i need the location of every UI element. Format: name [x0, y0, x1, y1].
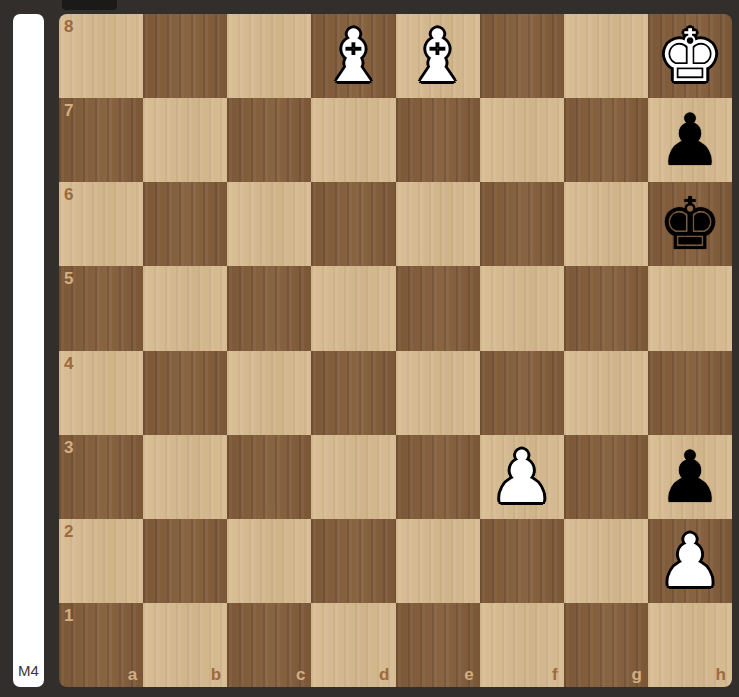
square-b3[interactable]	[143, 435, 227, 519]
square-a5[interactable]: 5	[59, 266, 143, 350]
square-d8[interactable]: ♝	[311, 14, 395, 98]
square-c6[interactable]	[227, 182, 311, 266]
square-e5[interactable]	[396, 266, 480, 350]
black-pawn[interactable]: ♟	[648, 435, 732, 519]
rank-label-4: 4	[64, 355, 73, 372]
white-pawn[interactable]: ♟	[648, 519, 732, 603]
black-pawn[interactable]: ♟	[648, 98, 732, 182]
square-e7[interactable]	[396, 98, 480, 182]
white-pawn[interactable]: ♟	[480, 435, 564, 519]
white-king[interactable]: ♚	[648, 14, 732, 98]
file-label-f: f	[552, 666, 558, 683]
square-f8[interactable]	[480, 14, 564, 98]
square-e3[interactable]	[396, 435, 480, 519]
square-d7[interactable]	[311, 98, 395, 182]
square-g2[interactable]	[564, 519, 648, 603]
square-b5[interactable]	[143, 266, 227, 350]
square-g4[interactable]	[564, 351, 648, 435]
square-b2[interactable]	[143, 519, 227, 603]
file-label-a: a	[128, 666, 137, 683]
square-e1[interactable]: e	[396, 603, 480, 687]
rank-label-2: 2	[64, 523, 73, 540]
square-g6[interactable]	[564, 182, 648, 266]
square-h5[interactable]	[648, 266, 732, 350]
file-label-b: b	[211, 666, 221, 683]
square-g1[interactable]: g	[564, 603, 648, 687]
square-a1[interactable]: 1a	[59, 603, 143, 687]
square-a2[interactable]: 2	[59, 519, 143, 603]
file-label-g: g	[631, 666, 641, 683]
rank-label-8: 8	[64, 18, 73, 35]
square-d1[interactable]: d	[311, 603, 395, 687]
file-label-e: e	[464, 666, 473, 683]
rank-label-3: 3	[64, 439, 73, 456]
square-g8[interactable]	[564, 14, 648, 98]
square-g5[interactable]	[564, 266, 648, 350]
white-bishop[interactable]: ♝	[311, 14, 395, 98]
square-b4[interactable]	[143, 351, 227, 435]
file-label-c: c	[296, 666, 305, 683]
rank-label-7: 7	[64, 102, 73, 119]
evaluation-label: M4	[13, 662, 44, 679]
square-h6[interactable]: ♚	[648, 182, 732, 266]
square-a3[interactable]: 3	[59, 435, 143, 519]
square-h2[interactable]: ♟	[648, 519, 732, 603]
square-b7[interactable]	[143, 98, 227, 182]
square-g3[interactable]	[564, 435, 648, 519]
black-king[interactable]: ♚	[648, 182, 732, 266]
square-d4[interactable]	[311, 351, 395, 435]
square-c8[interactable]	[227, 14, 311, 98]
rank-label-5: 5	[64, 270, 73, 287]
square-h4[interactable]	[648, 351, 732, 435]
square-f7[interactable]	[480, 98, 564, 182]
square-d3[interactable]	[311, 435, 395, 519]
square-d2[interactable]	[311, 519, 395, 603]
square-e2[interactable]	[396, 519, 480, 603]
rank-label-1: 1	[64, 607, 73, 624]
square-b6[interactable]	[143, 182, 227, 266]
white-bishop[interactable]: ♝	[396, 14, 480, 98]
square-h8[interactable]: ♚	[648, 14, 732, 98]
square-f2[interactable]	[480, 519, 564, 603]
square-a7[interactable]: 7	[59, 98, 143, 182]
square-h7[interactable]: ♟	[648, 98, 732, 182]
square-e4[interactable]	[396, 351, 480, 435]
rank-label-6: 6	[64, 186, 73, 203]
file-label-d: d	[379, 666, 389, 683]
square-e8[interactable]: ♝	[396, 14, 480, 98]
square-c4[interactable]	[227, 351, 311, 435]
square-f1[interactable]: f	[480, 603, 564, 687]
square-f5[interactable]	[480, 266, 564, 350]
square-c7[interactable]	[227, 98, 311, 182]
square-f3[interactable]: ♟	[480, 435, 564, 519]
square-a6[interactable]: 6	[59, 182, 143, 266]
square-a4[interactable]: 4	[59, 351, 143, 435]
square-a8[interactable]: 8	[59, 14, 143, 98]
square-b8[interactable]	[143, 14, 227, 98]
square-c1[interactable]: c	[227, 603, 311, 687]
chess-board: 8♝♝♚7♟6♚543♟♟2♟1abcdefgh	[59, 14, 732, 687]
square-d6[interactable]	[311, 182, 395, 266]
top-notch	[62, 0, 117, 10]
square-e6[interactable]	[396, 182, 480, 266]
square-c3[interactable]	[227, 435, 311, 519]
square-f4[interactable]	[480, 351, 564, 435]
square-g7[interactable]	[564, 98, 648, 182]
square-d5[interactable]	[311, 266, 395, 350]
square-h1[interactable]: h	[648, 603, 732, 687]
square-h3[interactable]: ♟	[648, 435, 732, 519]
evaluation-bar: M4	[13, 14, 44, 687]
file-label-h: h	[716, 666, 726, 683]
square-c5[interactable]	[227, 266, 311, 350]
square-f6[interactable]	[480, 182, 564, 266]
square-c2[interactable]	[227, 519, 311, 603]
square-b1[interactable]: b	[143, 603, 227, 687]
